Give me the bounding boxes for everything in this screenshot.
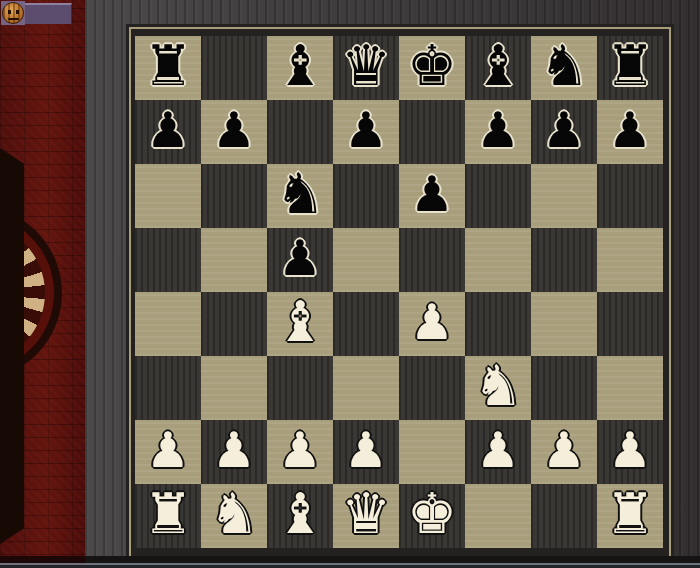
square-d3[interactable] [333, 356, 399, 420]
dartboard-cabinet [0, 148, 24, 544]
square-e8[interactable]: ♚ [399, 36, 465, 100]
square-e7[interactable] [399, 100, 465, 164]
square-d6[interactable] [333, 164, 399, 228]
white-bishop[interactable]: ♝ [275, 294, 325, 350]
square-f2[interactable]: ♟ [465, 420, 531, 484]
square-e4[interactable]: ♟ [399, 292, 465, 356]
square-f7[interactable]: ♟ [465, 100, 531, 164]
square-f3[interactable]: ♞ [465, 356, 531, 420]
square-c2[interactable]: ♟ [267, 420, 333, 484]
black-pawn[interactable]: ♟ [608, 106, 652, 155]
square-h5[interactable] [597, 228, 663, 292]
white-pawn[interactable]: ♟ [146, 426, 190, 475]
square-h2[interactable]: ♟ [597, 420, 663, 484]
square-f8[interactable]: ♝ [465, 36, 531, 100]
player-name-bar [25, 3, 72, 24]
square-a2[interactable]: ♟ [135, 420, 201, 484]
square-e5[interactable] [399, 228, 465, 292]
square-a6[interactable] [135, 164, 201, 228]
square-d5[interactable] [333, 228, 399, 292]
square-h7[interactable]: ♟ [597, 100, 663, 164]
chess-board[interactable]: ♜♝♛♚♝♞♜♟♟♟♟♟♟♞♟♟♝♟♞♟♟♟♟♟♟♟♜♞♝♛♚♜ [135, 36, 663, 548]
square-h8[interactable]: ♜ [597, 36, 663, 100]
white-bishop[interactable]: ♝ [275, 486, 325, 542]
game-window: ♜♝♛♚♝♞♜♟♟♟♟♟♟♞♟♟♝♟♞♟♟♟♟♟♟♟♜♞♝♛♚♜ [0, 0, 700, 568]
black-king[interactable]: ♚ [407, 38, 457, 94]
square-b4[interactable] [201, 292, 267, 356]
black-rook[interactable]: ♜ [143, 38, 193, 94]
white-knight[interactable]: ♞ [473, 358, 523, 414]
square-c1[interactable]: ♝ [267, 484, 333, 548]
square-f6[interactable] [465, 164, 531, 228]
square-b8[interactable] [201, 36, 267, 100]
square-d2[interactable]: ♟ [333, 420, 399, 484]
square-g5[interactable] [531, 228, 597, 292]
white-pawn[interactable]: ♟ [608, 426, 652, 475]
square-c8[interactable]: ♝ [267, 36, 333, 100]
square-e1[interactable]: ♚ [399, 484, 465, 548]
square-g3[interactable] [531, 356, 597, 420]
black-pawn[interactable]: ♟ [212, 106, 256, 155]
white-king[interactable]: ♚ [407, 486, 457, 542]
square-a4[interactable] [135, 292, 201, 356]
square-e2[interactable] [399, 420, 465, 484]
room-wall [0, 0, 85, 568]
square-g2[interactable]: ♟ [531, 420, 597, 484]
black-pawn[interactable]: ♟ [476, 106, 520, 155]
square-g8[interactable]: ♞ [531, 36, 597, 100]
square-e6[interactable]: ♟ [399, 164, 465, 228]
square-b3[interactable] [201, 356, 267, 420]
white-knight[interactable]: ♞ [209, 486, 259, 542]
square-h4[interactable] [597, 292, 663, 356]
square-h6[interactable] [597, 164, 663, 228]
board-frame: ♜♝♛♚♝♞♜♟♟♟♟♟♟♞♟♟♝♟♞♟♟♟♟♟♟♟♜♞♝♛♚♜ [126, 24, 674, 562]
square-d7[interactable]: ♟ [333, 100, 399, 164]
square-g7[interactable]: ♟ [531, 100, 597, 164]
black-pawn[interactable]: ♟ [344, 106, 388, 155]
square-d4[interactable] [333, 292, 399, 356]
square-d1[interactable]: ♛ [333, 484, 399, 548]
square-g6[interactable] [531, 164, 597, 228]
black-queen[interactable]: ♛ [341, 38, 391, 94]
square-c4[interactable]: ♝ [267, 292, 333, 356]
black-knight[interactable]: ♞ [275, 166, 325, 222]
square-h1[interactable]: ♜ [597, 484, 663, 548]
white-pawn[interactable]: ♟ [344, 426, 388, 475]
square-c6[interactable]: ♞ [267, 164, 333, 228]
square-a3[interactable] [135, 356, 201, 420]
square-a7[interactable]: ♟ [135, 100, 201, 164]
square-g1[interactable] [531, 484, 597, 548]
square-e3[interactable] [399, 356, 465, 420]
square-b7[interactable]: ♟ [201, 100, 267, 164]
black-pawn[interactable]: ♟ [146, 106, 190, 155]
wooden-face-icon [2, 2, 24, 24]
square-a8[interactable]: ♜ [135, 36, 201, 100]
white-rook[interactable]: ♜ [143, 486, 193, 542]
white-queen[interactable]: ♛ [341, 486, 391, 542]
black-rook[interactable]: ♜ [605, 38, 655, 94]
square-f5[interactable] [465, 228, 531, 292]
square-f1[interactable] [465, 484, 531, 548]
black-bishop[interactable]: ♝ [473, 38, 523, 94]
square-d8[interactable]: ♛ [333, 36, 399, 100]
black-pawn[interactable]: ♟ [410, 170, 454, 219]
black-knight[interactable]: ♞ [539, 38, 589, 94]
player-avatar[interactable] [1, 1, 25, 25]
white-rook[interactable]: ♜ [605, 486, 655, 542]
square-b5[interactable] [201, 228, 267, 292]
square-f4[interactable] [465, 292, 531, 356]
white-pawn[interactable]: ♟ [542, 426, 586, 475]
black-bishop[interactable]: ♝ [275, 38, 325, 94]
square-c7[interactable] [267, 100, 333, 164]
square-a1[interactable]: ♜ [135, 484, 201, 548]
square-a5[interactable] [135, 228, 201, 292]
square-b2[interactable]: ♟ [201, 420, 267, 484]
black-pawn[interactable]: ♟ [542, 106, 586, 155]
square-b1[interactable]: ♞ [201, 484, 267, 548]
square-c3[interactable] [267, 356, 333, 420]
white-pawn[interactable]: ♟ [212, 426, 256, 475]
square-c5[interactable]: ♟ [267, 228, 333, 292]
square-g4[interactable] [531, 292, 597, 356]
square-h3[interactable] [597, 356, 663, 420]
window-bottom-edge [0, 556, 700, 568]
black-pawn[interactable]: ♟ [278, 234, 322, 283]
white-pawn[interactable]: ♟ [476, 426, 520, 475]
white-pawn[interactable]: ♟ [410, 298, 454, 347]
white-pawn[interactable]: ♟ [278, 426, 322, 475]
square-b6[interactable] [201, 164, 267, 228]
